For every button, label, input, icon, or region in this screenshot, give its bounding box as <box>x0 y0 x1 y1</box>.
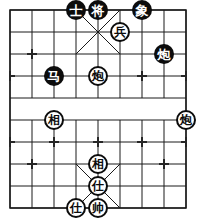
xiangqi-board: 士将象兵炮马炮相炮相仕仕帅 <box>0 0 197 219</box>
point-r0c1[interactable] <box>21 0 43 21</box>
point-r8c1[interactable] <box>21 175 43 197</box>
point-marker <box>49 137 59 147</box>
point-r4c0[interactable] <box>0 87 21 109</box>
point-r3c4[interactable]: 炮 <box>87 65 109 87</box>
point-r6c4[interactable] <box>87 131 109 153</box>
point-r3c8[interactable] <box>175 65 197 87</box>
point-r9c0[interactable] <box>0 197 21 219</box>
point-r2c3[interactable] <box>65 43 87 65</box>
piece-red-elephant[interactable]: 相 <box>88 154 108 174</box>
point-r5c1[interactable] <box>21 109 43 131</box>
point-r0c7[interactable] <box>153 0 175 21</box>
piece-red-elephant[interactable]: 相 <box>44 110 64 130</box>
point-r1c8[interactable] <box>175 21 197 43</box>
point-r6c1[interactable] <box>21 131 43 153</box>
point-r5c6[interactable] <box>131 109 153 131</box>
piece-red-advisor[interactable]: 仕 <box>88 176 108 196</box>
point-r3c7[interactable] <box>153 65 175 87</box>
piece-black-general[interactable]: 将 <box>88 0 108 20</box>
point-r2c1[interactable] <box>21 43 43 65</box>
point-r9c1[interactable] <box>21 197 43 219</box>
point-r4c1[interactable] <box>21 87 43 109</box>
point-r2c8[interactable] <box>175 43 197 65</box>
point-r5c8[interactable]: 炮 <box>175 109 197 131</box>
point-r6c8[interactable] <box>175 131 197 153</box>
point-r9c8[interactable] <box>175 197 197 219</box>
point-r2c4[interactable] <box>87 43 109 65</box>
point-r9c5[interactable] <box>109 197 131 219</box>
point-r4c2[interactable] <box>43 87 65 109</box>
point-r9c4[interactable]: 帅 <box>87 197 109 219</box>
point-r5c3[interactable] <box>65 109 87 131</box>
point-r0c2[interactable] <box>43 0 65 21</box>
point-r5c7[interactable] <box>153 109 175 131</box>
piece-red-cannon[interactable]: 炮 <box>88 66 108 86</box>
point-r1c7[interactable] <box>153 21 175 43</box>
piece-black-horse[interactable]: 马 <box>44 66 64 86</box>
point-r7c5[interactable] <box>109 153 131 175</box>
point-r3c3[interactable] <box>65 65 87 87</box>
point-r3c2[interactable]: 马 <box>43 65 65 87</box>
point-r2c6[interactable] <box>131 43 153 65</box>
point-r4c5[interactable] <box>109 87 131 109</box>
point-r5c4[interactable] <box>87 109 109 131</box>
point-r1c5[interactable]: 兵 <box>109 21 131 43</box>
point-r7c7[interactable] <box>153 153 175 175</box>
point-r1c4[interactable] <box>87 21 109 43</box>
point-r8c6[interactable] <box>131 175 153 197</box>
point-r7c2[interactable] <box>43 153 65 175</box>
point-r9c2[interactable] <box>43 197 65 219</box>
piece-red-general[interactable]: 帅 <box>88 198 108 218</box>
point-r4c8[interactable] <box>175 87 197 109</box>
point-r1c2[interactable] <box>43 21 65 43</box>
point-r8c8[interactable] <box>175 175 197 197</box>
point-r0c3[interactable]: 士 <box>65 0 87 21</box>
xiangqi-diagram: 士将象兵炮马炮相炮相仕仕帅 <box>0 0 198 220</box>
point-marker <box>5 71 15 81</box>
point-r4c4[interactable] <box>87 87 109 109</box>
point-r7c1[interactable] <box>21 153 43 175</box>
point-marker <box>137 137 147 147</box>
point-r6c5[interactable] <box>109 131 131 153</box>
point-r4c6[interactable] <box>131 87 153 109</box>
point-r8c0[interactable] <box>0 175 21 197</box>
point-r1c0[interactable] <box>0 21 21 43</box>
point-r4c7[interactable] <box>153 87 175 109</box>
point-r6c0[interactable] <box>0 131 21 153</box>
point-r8c3[interactable] <box>65 175 87 197</box>
point-r6c7[interactable] <box>153 131 175 153</box>
point-r6c6[interactable] <box>131 131 153 153</box>
point-r0c6[interactable]: 象 <box>131 0 153 21</box>
point-r4c3[interactable] <box>65 87 87 109</box>
piece-red-advisor[interactable]: 仕 <box>66 198 86 218</box>
point-r3c6[interactable] <box>131 65 153 87</box>
point-r6c2[interactable] <box>43 131 65 153</box>
point-r1c1[interactable] <box>21 21 43 43</box>
point-r0c5[interactable] <box>109 0 131 21</box>
point-r9c7[interactable] <box>153 197 175 219</box>
point-marker <box>27 159 37 169</box>
point-r9c3[interactable]: 仕 <box>65 197 87 219</box>
point-r7c8[interactable] <box>175 153 197 175</box>
point-r6c3[interactable] <box>65 131 87 153</box>
point-r5c2[interactable]: 相 <box>43 109 65 131</box>
piece-black-elephant[interactable]: 象 <box>132 0 152 20</box>
point-r9c6[interactable] <box>131 197 153 219</box>
point-r2c0[interactable] <box>0 43 21 65</box>
point-r8c5[interactable] <box>109 175 131 197</box>
piece-black-advisor[interactable]: 士 <box>66 0 86 20</box>
point-r2c5[interactable] <box>109 43 131 65</box>
point-r5c5[interactable] <box>109 109 131 131</box>
point-r0c8[interactable] <box>175 0 197 21</box>
piece-black-cannon[interactable]: 炮 <box>154 44 174 64</box>
point-r3c0[interactable] <box>0 65 21 87</box>
point-r0c4[interactable]: 将 <box>87 0 109 21</box>
point-marker <box>181 71 191 81</box>
piece-red-soldier[interactable]: 兵 <box>110 22 130 42</box>
point-r7c3[interactable] <box>65 153 87 175</box>
point-r8c2[interactable] <box>43 175 65 197</box>
point-r2c7[interactable]: 炮 <box>153 43 175 65</box>
point-r7c0[interactable] <box>0 153 21 175</box>
point-r1c3[interactable] <box>65 21 87 43</box>
point-r0c0[interactable] <box>0 0 21 21</box>
point-r1c6[interactable] <box>131 21 153 43</box>
piece-red-cannon[interactable]: 炮 <box>176 110 196 130</box>
point-r3c1[interactable] <box>21 65 43 87</box>
point-r3c5[interactable] <box>109 65 131 87</box>
point-r8c7[interactable] <box>153 175 175 197</box>
point-r2c2[interactable] <box>43 43 65 65</box>
point-r7c4[interactable]: 相 <box>87 153 109 175</box>
point-marker <box>27 49 37 59</box>
point-r7c6[interactable] <box>131 153 153 175</box>
point-marker <box>5 137 15 147</box>
point-r8c4[interactable]: 仕 <box>87 175 109 197</box>
point-marker <box>137 71 147 81</box>
point-marker <box>93 137 103 147</box>
point-marker <box>159 159 169 169</box>
point-r5c0[interactable] <box>0 109 21 131</box>
point-marker <box>181 137 191 147</box>
